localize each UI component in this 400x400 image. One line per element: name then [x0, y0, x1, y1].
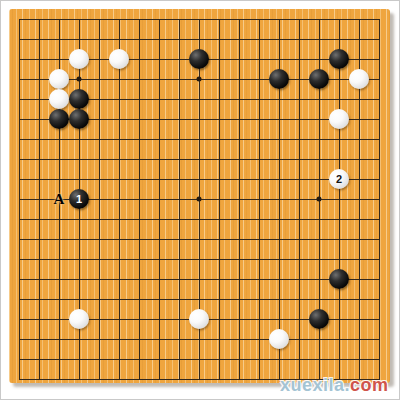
- stone-black-K17[interactable]: [189, 49, 209, 69]
- star-point: [317, 197, 322, 202]
- stone-black-Q16[interactable]: [309, 69, 329, 89]
- stone-white-R11[interactable]: 2: [329, 169, 349, 189]
- star-point: [197, 197, 202, 202]
- stone-white-D17[interactable]: [69, 49, 89, 69]
- stone-black-R17[interactable]: [329, 49, 349, 69]
- label-A: A: [54, 191, 65, 208]
- move-number: 2: [329, 169, 349, 189]
- stone-white-S16[interactable]: [349, 69, 369, 89]
- stone-white-R14[interactable]: [329, 109, 349, 129]
- watermark-tld: com: [350, 375, 389, 395]
- stone-black-R6[interactable]: [329, 269, 349, 289]
- stone-black-C14[interactable]: [49, 109, 69, 129]
- stone-black-D14[interactable]: [69, 109, 89, 129]
- stone-white-F17[interactable]: [109, 49, 129, 69]
- stone-white-C16[interactable]: [49, 69, 69, 89]
- star-point: [197, 77, 202, 82]
- stone-black-D10[interactable]: 1: [69, 189, 89, 209]
- star-point: [77, 77, 82, 82]
- stone-black-Q4[interactable]: [309, 309, 329, 329]
- watermark: xuexila.com: [280, 375, 389, 396]
- stone-black-D15[interactable]: [69, 89, 89, 109]
- stone-white-D4[interactable]: [69, 309, 89, 329]
- move-number: 1: [69, 189, 89, 209]
- watermark-site: xuexila: [280, 375, 345, 395]
- go-diagram: 21 A xuexila.com: [0, 0, 400, 400]
- stone-black-O16[interactable]: [269, 69, 289, 89]
- stone-white-O3[interactable]: [269, 329, 289, 349]
- go-board: 21 A: [9, 9, 390, 383]
- stone-white-C15[interactable]: [49, 89, 69, 109]
- stone-white-K4[interactable]: [189, 309, 209, 329]
